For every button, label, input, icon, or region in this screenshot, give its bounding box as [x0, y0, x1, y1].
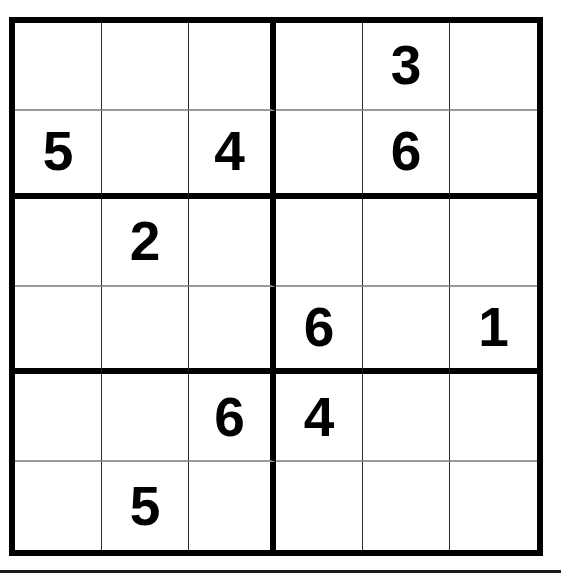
- cell-r3c4[interactable]: [276, 199, 363, 287]
- cell-r1c5[interactable]: 3: [363, 23, 450, 111]
- cell-r4c6[interactable]: 1: [450, 287, 537, 375]
- cell-r4c2[interactable]: [102, 287, 189, 375]
- cell-r5c3[interactable]: 6: [189, 374, 276, 462]
- cell-r2c3[interactable]: 4: [189, 111, 276, 199]
- cell-r4c1[interactable]: [15, 287, 102, 375]
- cell-r6c2[interactable]: 5: [102, 462, 189, 550]
- cell-r6c4[interactable]: [276, 462, 363, 550]
- cell-r5c6[interactable]: [450, 374, 537, 462]
- cell-r5c4[interactable]: 4: [276, 374, 363, 462]
- cell-r5c1[interactable]: [15, 374, 102, 462]
- cell-r3c6[interactable]: [450, 199, 537, 287]
- sudoku-puzzle-page: 3546261645: [0, 0, 561, 577]
- cell-r2c2[interactable]: [102, 111, 189, 199]
- cell-r3c2[interactable]: 2: [102, 199, 189, 287]
- cell-r3c3[interactable]: [189, 199, 276, 287]
- cell-r6c1[interactable]: [15, 462, 102, 550]
- cell-r4c5[interactable]: [363, 287, 450, 375]
- cell-r2c1[interactable]: 5: [15, 111, 102, 199]
- cell-r4c3[interactable]: [189, 287, 276, 375]
- cell-r2c4[interactable]: [276, 111, 363, 199]
- cell-r5c2[interactable]: [102, 374, 189, 462]
- sudoku-board: 3546261645: [9, 17, 543, 556]
- bottom-rule-divider: [0, 570, 561, 573]
- cell-r1c4[interactable]: [276, 23, 363, 111]
- cell-r1c2[interactable]: [102, 23, 189, 111]
- cell-r6c3[interactable]: [189, 462, 276, 550]
- cell-r6c5[interactable]: [363, 462, 450, 550]
- cell-r1c1[interactable]: [15, 23, 102, 111]
- cell-r3c5[interactable]: [363, 199, 450, 287]
- cell-r2c5[interactable]: 6: [363, 111, 450, 199]
- cell-r1c6[interactable]: [450, 23, 537, 111]
- cell-r4c4[interactable]: 6: [276, 287, 363, 375]
- cell-r2c6[interactable]: [450, 111, 537, 199]
- cell-r6c6[interactable]: [450, 462, 537, 550]
- cell-r5c5[interactable]: [363, 374, 450, 462]
- cell-r1c3[interactable]: [189, 23, 276, 111]
- cell-r3c1[interactable]: [15, 199, 102, 287]
